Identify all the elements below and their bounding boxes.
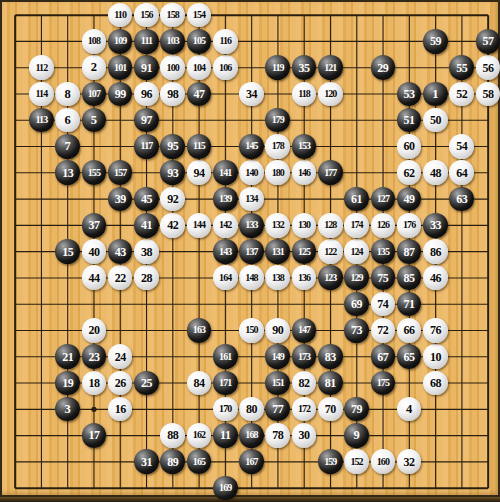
move-number: 173 xyxy=(298,351,310,361)
black-stone-5[interactable]: 5 xyxy=(82,108,107,133)
move-number: 29 xyxy=(377,61,388,73)
white-stone-32[interactable]: 32 xyxy=(397,449,422,474)
black-stone-129[interactable]: 129 xyxy=(344,265,369,290)
black-stone-161[interactable]: 161 xyxy=(213,344,238,369)
white-stone-132[interactable]: 132 xyxy=(265,213,290,238)
move-number: 48 xyxy=(430,166,441,178)
white-stone-40[interactable]: 40 xyxy=(82,239,107,264)
white-stone-34[interactable]: 34 xyxy=(239,82,264,107)
black-stone-111[interactable]: 111 xyxy=(134,29,159,54)
white-stone-130[interactable]: 130 xyxy=(292,213,317,238)
move-number: 172 xyxy=(298,404,310,414)
black-stone-51[interactable]: 51 xyxy=(397,108,422,133)
move-number: 15 xyxy=(62,245,73,257)
black-stone-113[interactable]: 113 xyxy=(29,108,54,133)
move-number: 2 xyxy=(91,61,97,74)
move-number: 24 xyxy=(115,350,126,362)
black-stone-31[interactable]: 31 xyxy=(134,449,159,474)
move-number: 176 xyxy=(403,220,415,230)
move-number: 50 xyxy=(430,114,441,126)
black-stone-117[interactable]: 117 xyxy=(134,134,159,159)
move-number: 112 xyxy=(36,62,48,72)
black-stone-151[interactable]: 151 xyxy=(265,371,290,396)
black-stone-79[interactable]: 79 xyxy=(344,397,369,422)
move-number: 61 xyxy=(351,192,362,204)
black-stone-17[interactable]: 17 xyxy=(82,423,107,448)
stones-layer: 1234567891011131516171819202122232425262… xyxy=(2,2,500,501)
move-number: 79 xyxy=(351,403,362,415)
white-stone-128[interactable]: 128 xyxy=(318,213,343,238)
white-stone-42[interactable]: 42 xyxy=(160,213,185,238)
white-stone-10[interactable]: 10 xyxy=(423,344,448,369)
black-stone-119[interactable]: 119 xyxy=(265,55,290,80)
black-stone-157[interactable]: 157 xyxy=(108,160,133,185)
black-stone-173[interactable]: 173 xyxy=(292,344,317,369)
move-number: 103 xyxy=(167,36,179,46)
move-number: 129 xyxy=(350,272,362,282)
move-number: 90 xyxy=(272,324,283,336)
white-stone-72[interactable]: 72 xyxy=(371,318,396,343)
white-stone-80[interactable]: 80 xyxy=(239,397,264,422)
black-stone-85[interactable]: 85 xyxy=(397,265,422,290)
black-stone-65[interactable]: 65 xyxy=(397,344,422,369)
move-number: 161 xyxy=(219,351,231,361)
board-bottom-edge xyxy=(0,497,500,502)
black-stone-93[interactable]: 93 xyxy=(160,160,185,185)
white-stone-104[interactable]: 104 xyxy=(187,55,212,80)
black-stone-75[interactable]: 75 xyxy=(371,265,396,290)
black-stone-167[interactable]: 167 xyxy=(239,449,264,474)
white-stone-90[interactable]: 90 xyxy=(265,318,290,343)
move-number: 138 xyxy=(272,272,284,282)
white-stone-118[interactable]: 118 xyxy=(292,82,317,107)
white-stone-78[interactable]: 78 xyxy=(265,423,290,448)
move-number: 41 xyxy=(141,219,152,231)
move-number: 139 xyxy=(219,193,231,203)
white-stone-62[interactable]: 62 xyxy=(397,160,422,185)
black-stone-131[interactable]: 131 xyxy=(265,239,290,264)
move-number: 20 xyxy=(88,324,99,336)
move-number: 89 xyxy=(167,455,178,467)
white-stone-172[interactable]: 172 xyxy=(292,397,317,422)
white-stone-48[interactable]: 48 xyxy=(423,160,448,185)
white-stone-60[interactable]: 60 xyxy=(397,134,422,159)
black-stone-19[interactable]: 19 xyxy=(55,371,80,396)
move-number: 122 xyxy=(324,246,336,256)
move-number: 40 xyxy=(88,245,99,257)
move-number: 39 xyxy=(115,192,126,204)
black-stone-35[interactable]: 35 xyxy=(292,55,317,80)
black-stone-95[interactable]: 95 xyxy=(160,134,185,159)
move-number: 174 xyxy=(350,220,362,230)
white-stone-154[interactable]: 154 xyxy=(187,3,212,28)
move-number: 180 xyxy=(272,167,284,177)
black-stone-37[interactable]: 37 xyxy=(82,213,107,238)
move-number: 10 xyxy=(430,350,441,362)
move-number: 170 xyxy=(219,404,231,414)
move-number: 68 xyxy=(430,376,441,388)
move-number: 71 xyxy=(404,298,415,310)
white-stone-144[interactable]: 144 xyxy=(187,213,212,238)
black-stone-147[interactable]: 147 xyxy=(292,318,317,343)
move-number: 49 xyxy=(404,192,415,204)
white-stone-136[interactable]: 136 xyxy=(292,265,317,290)
white-stone-46[interactable]: 46 xyxy=(423,265,448,290)
black-stone-139[interactable]: 139 xyxy=(213,187,238,212)
black-stone-63[interactable]: 63 xyxy=(449,187,474,212)
move-number: 5 xyxy=(91,113,97,126)
move-number: 151 xyxy=(272,377,284,387)
white-stone-124[interactable]: 124 xyxy=(344,239,369,264)
move-number: 45 xyxy=(141,192,152,204)
move-number: 109 xyxy=(114,36,126,46)
move-number: 7 xyxy=(65,140,71,153)
white-stone-54[interactable]: 54 xyxy=(449,134,474,159)
white-stone-74[interactable]: 74 xyxy=(371,292,396,317)
move-number: 100 xyxy=(167,62,179,72)
black-stone-29[interactable]: 29 xyxy=(371,55,396,80)
black-stone-47[interactable]: 47 xyxy=(187,82,212,107)
white-stone-28[interactable]: 28 xyxy=(134,265,159,290)
move-number: 91 xyxy=(141,61,152,73)
move-number: 46 xyxy=(430,271,441,283)
white-stone-126[interactable]: 126 xyxy=(371,213,396,238)
black-stone-137[interactable]: 137 xyxy=(239,239,264,264)
move-number: 160 xyxy=(377,456,389,466)
black-stone-59[interactable]: 59 xyxy=(423,29,448,54)
black-stone-168[interactable]: 168 xyxy=(239,423,264,448)
black-stone-55[interactable]: 55 xyxy=(449,55,474,80)
black-stone-99[interactable]: 99 xyxy=(108,82,133,107)
move-number: 162 xyxy=(193,430,205,440)
black-stone-175[interactable]: 175 xyxy=(371,371,396,396)
black-stone-149[interactable]: 149 xyxy=(265,344,290,369)
move-number: 4 xyxy=(406,402,412,415)
go-board: 1234567891011131516171819202122232425262… xyxy=(0,0,500,497)
white-stone-94[interactable]: 94 xyxy=(187,160,212,185)
move-number: 133 xyxy=(245,220,257,230)
move-number: 147 xyxy=(298,325,310,335)
black-stone-141[interactable]: 141 xyxy=(213,160,238,185)
move-number: 168 xyxy=(245,430,257,440)
white-stone-108[interactable]: 108 xyxy=(82,29,107,54)
move-number: 108 xyxy=(88,36,100,46)
move-number: 67 xyxy=(377,350,388,362)
move-number: 69 xyxy=(351,298,362,310)
move-number: 75 xyxy=(377,271,388,283)
black-stone-163[interactable]: 163 xyxy=(187,318,212,343)
move-number: 163 xyxy=(193,325,205,335)
move-number: 118 xyxy=(298,88,310,98)
white-stone-38[interactable]: 38 xyxy=(134,239,159,264)
white-stone-158[interactable]: 158 xyxy=(160,3,185,28)
move-number: 135 xyxy=(377,246,389,256)
black-stone-165[interactable]: 165 xyxy=(187,449,212,474)
move-number: 101 xyxy=(114,62,126,72)
black-stone-145[interactable]: 145 xyxy=(239,134,264,159)
move-number: 116 xyxy=(219,36,231,46)
white-stone-64[interactable]: 64 xyxy=(449,160,474,185)
black-stone-121[interactable]: 121 xyxy=(318,55,343,80)
move-number: 3 xyxy=(65,402,71,415)
move-number: 149 xyxy=(272,351,284,361)
white-stone-164[interactable]: 164 xyxy=(213,265,238,290)
black-stone-9[interactable]: 9 xyxy=(344,423,369,448)
move-number: 11 xyxy=(220,429,230,441)
black-stone-25[interactable]: 25 xyxy=(134,371,159,396)
move-number: 31 xyxy=(141,455,152,467)
move-number: 94 xyxy=(193,166,204,178)
black-stone-125[interactable]: 125 xyxy=(292,239,317,264)
white-stone-122[interactable]: 122 xyxy=(318,239,343,264)
move-number: 177 xyxy=(324,167,336,177)
move-number: 16 xyxy=(115,403,126,415)
black-stone-159[interactable]: 159 xyxy=(318,449,343,474)
move-number: 22 xyxy=(115,271,126,283)
black-stone-81[interactable]: 81 xyxy=(318,371,343,396)
move-number: 99 xyxy=(115,87,126,99)
white-stone-8[interactable]: 8 xyxy=(55,82,80,107)
black-stone-177[interactable]: 177 xyxy=(318,160,343,185)
move-number: 21 xyxy=(62,350,73,362)
black-stone-23[interactable]: 23 xyxy=(82,344,107,369)
black-stone-115[interactable]: 115 xyxy=(187,134,212,159)
move-number: 107 xyxy=(88,88,100,98)
black-stone-67[interactable]: 67 xyxy=(371,344,396,369)
white-stone-170[interactable]: 170 xyxy=(213,397,238,422)
black-stone-43[interactable]: 43 xyxy=(108,239,133,264)
black-stone-97[interactable]: 97 xyxy=(134,108,159,133)
white-stone-22[interactable]: 22 xyxy=(108,265,133,290)
black-stone-11[interactable]: 11 xyxy=(213,423,238,448)
black-stone-135[interactable]: 135 xyxy=(371,239,396,264)
white-stone-162[interactable]: 162 xyxy=(187,423,212,448)
move-number: 58 xyxy=(482,87,493,99)
black-stone-15[interactable]: 15 xyxy=(55,239,80,264)
move-number: 93 xyxy=(167,166,178,178)
black-stone-39[interactable]: 39 xyxy=(108,187,133,212)
move-number: 37 xyxy=(88,219,99,231)
move-number: 70 xyxy=(325,403,336,415)
white-stone-178[interactable]: 178 xyxy=(265,134,290,159)
white-stone-96[interactable]: 96 xyxy=(134,82,159,107)
move-number: 62 xyxy=(404,166,415,178)
black-stone-179[interactable]: 179 xyxy=(265,108,290,133)
white-stone-70[interactable]: 70 xyxy=(318,397,343,422)
white-stone-24[interactable]: 24 xyxy=(108,344,133,369)
black-stone-89[interactable]: 89 xyxy=(160,449,185,474)
move-number: 25 xyxy=(141,376,152,388)
move-number: 179 xyxy=(272,115,284,125)
white-stone-152[interactable]: 152 xyxy=(344,449,369,474)
white-stone-52[interactable]: 52 xyxy=(449,82,474,107)
black-stone-57[interactable]: 57 xyxy=(476,29,500,54)
white-stone-106[interactable]: 106 xyxy=(213,55,238,80)
white-stone-92[interactable]: 92 xyxy=(160,187,185,212)
move-number: 26 xyxy=(115,376,126,388)
black-stone-103[interactable]: 103 xyxy=(160,29,185,54)
black-stone-33[interactable]: 33 xyxy=(423,213,448,238)
black-stone-87[interactable]: 87 xyxy=(397,239,422,264)
white-stone-142[interactable]: 142 xyxy=(213,213,238,238)
move-number: 136 xyxy=(298,272,310,282)
move-number: 35 xyxy=(299,61,310,73)
move-number: 84 xyxy=(193,376,204,388)
move-number: 92 xyxy=(167,192,178,204)
move-number: 156 xyxy=(140,10,152,20)
move-number: 127 xyxy=(377,193,389,203)
white-stone-160[interactable]: 160 xyxy=(371,449,396,474)
move-number: 43 xyxy=(115,245,126,257)
black-stone-71[interactable]: 71 xyxy=(397,292,422,317)
white-stone-76[interactable]: 76 xyxy=(423,318,448,343)
white-stone-68[interactable]: 68 xyxy=(423,371,448,396)
move-number: 128 xyxy=(324,220,336,230)
black-stone-127[interactable]: 127 xyxy=(371,187,396,212)
move-number: 125 xyxy=(298,246,310,256)
move-number: 126 xyxy=(377,220,389,230)
white-stone-150[interactable]: 150 xyxy=(239,318,264,343)
black-stone-73[interactable]: 73 xyxy=(344,318,369,343)
black-stone-171[interactable]: 171 xyxy=(213,371,238,396)
white-stone-114[interactable]: 114 xyxy=(29,82,54,107)
move-number: 97 xyxy=(141,114,152,126)
white-stone-50[interactable]: 50 xyxy=(423,108,448,133)
black-stone-3[interactable]: 3 xyxy=(55,397,80,422)
black-stone-91[interactable]: 91 xyxy=(134,55,159,80)
black-stone-153[interactable]: 153 xyxy=(292,134,317,159)
move-number: 28 xyxy=(141,271,152,283)
move-number: 115 xyxy=(193,141,205,151)
white-stone-58[interactable]: 58 xyxy=(476,82,500,107)
white-stone-100[interactable]: 100 xyxy=(160,55,185,80)
white-stone-86[interactable]: 86 xyxy=(423,239,448,264)
white-stone-134[interactable]: 134 xyxy=(239,187,264,212)
move-number: 13 xyxy=(62,166,73,178)
black-stone-21[interactable]: 21 xyxy=(55,344,80,369)
white-stone-110[interactable]: 110 xyxy=(108,3,133,28)
move-number: 121 xyxy=(324,62,336,72)
move-number: 113 xyxy=(36,115,48,125)
move-number: 119 xyxy=(272,62,284,72)
black-stone-155[interactable]: 155 xyxy=(82,160,107,185)
move-number: 132 xyxy=(272,220,284,230)
move-number: 33 xyxy=(430,219,441,231)
black-stone-83[interactable]: 83 xyxy=(318,344,343,369)
white-stone-138[interactable]: 138 xyxy=(265,265,290,290)
move-number: 9 xyxy=(353,429,359,442)
move-number: 55 xyxy=(456,61,467,73)
black-stone-101[interactable]: 101 xyxy=(108,55,133,80)
white-stone-26[interactable]: 26 xyxy=(108,371,133,396)
move-number: 111 xyxy=(141,36,152,46)
black-stone-77[interactable]: 77 xyxy=(265,397,290,422)
white-stone-156[interactable]: 156 xyxy=(134,3,159,28)
white-stone-146[interactable]: 146 xyxy=(292,160,317,185)
black-stone-49[interactable]: 49 xyxy=(397,187,422,212)
black-stone-13[interactable]: 13 xyxy=(55,160,80,185)
white-stone-180[interactable]: 180 xyxy=(265,160,290,185)
move-number: 74 xyxy=(377,298,388,310)
white-stone-6[interactable]: 6 xyxy=(55,108,80,133)
black-stone-69[interactable]: 69 xyxy=(344,292,369,317)
white-stone-84[interactable]: 84 xyxy=(187,371,212,396)
white-stone-4[interactable]: 4 xyxy=(397,397,422,422)
move-number: 56 xyxy=(482,61,493,73)
black-stone-123[interactable]: 123 xyxy=(318,265,343,290)
white-stone-30[interactable]: 30 xyxy=(292,423,317,448)
white-stone-140[interactable]: 140 xyxy=(239,160,264,185)
move-number: 54 xyxy=(456,140,467,152)
move-number: 154 xyxy=(193,10,205,20)
move-number: 78 xyxy=(272,429,283,441)
move-number: 148 xyxy=(245,272,257,282)
move-number: 157 xyxy=(114,167,126,177)
white-stone-148[interactable]: 148 xyxy=(239,265,264,290)
move-number: 63 xyxy=(456,192,467,204)
black-stone-1[interactable]: 1 xyxy=(423,82,448,107)
black-stone-105[interactable]: 105 xyxy=(187,29,212,54)
black-stone-53[interactable]: 53 xyxy=(397,82,422,107)
black-stone-143[interactable]: 143 xyxy=(213,239,238,264)
move-number: 98 xyxy=(167,87,178,99)
white-stone-18[interactable]: 18 xyxy=(82,371,107,396)
white-stone-66[interactable]: 66 xyxy=(397,318,422,343)
white-stone-176[interactable]: 176 xyxy=(397,213,422,238)
black-stone-45[interactable]: 45 xyxy=(134,187,159,212)
white-stone-98[interactable]: 98 xyxy=(160,82,185,107)
white-stone-120[interactable]: 120 xyxy=(318,82,343,107)
black-stone-61[interactable]: 61 xyxy=(344,187,369,212)
move-number: 175 xyxy=(377,377,389,387)
black-stone-107[interactable]: 107 xyxy=(82,82,107,107)
white-stone-20[interactable]: 20 xyxy=(82,318,107,343)
white-stone-56[interactable]: 56 xyxy=(476,55,500,80)
black-stone-109[interactable]: 109 xyxy=(108,29,133,54)
move-number: 141 xyxy=(219,167,231,177)
move-number: 23 xyxy=(88,350,99,362)
move-number: 83 xyxy=(325,350,336,362)
move-number: 52 xyxy=(456,87,467,99)
white-stone-116[interactable]: 116 xyxy=(213,29,238,54)
move-number: 155 xyxy=(88,167,100,177)
move-number: 53 xyxy=(404,87,415,99)
black-stone-7[interactable]: 7 xyxy=(55,134,80,159)
black-stone-169[interactable]: 169 xyxy=(213,476,238,501)
move-number: 171 xyxy=(219,377,231,387)
move-number: 110 xyxy=(114,10,126,20)
white-stone-2[interactable]: 2 xyxy=(82,55,107,80)
white-stone-44[interactable]: 44 xyxy=(82,265,107,290)
white-stone-82[interactable]: 82 xyxy=(292,371,317,396)
move-number: 81 xyxy=(325,376,336,388)
move-number: 95 xyxy=(167,140,178,152)
white-stone-112[interactable]: 112 xyxy=(29,55,54,80)
move-number: 66 xyxy=(404,324,415,336)
white-stone-88[interactable]: 88 xyxy=(160,423,185,448)
white-stone-174[interactable]: 174 xyxy=(344,213,369,238)
move-number: 19 xyxy=(62,376,73,388)
move-number: 6 xyxy=(65,113,71,126)
move-number: 47 xyxy=(193,87,204,99)
white-stone-16[interactable]: 16 xyxy=(108,397,133,422)
black-stone-41[interactable]: 41 xyxy=(134,213,159,238)
move-number: 143 xyxy=(219,246,231,256)
move-number: 17 xyxy=(88,429,99,441)
move-number: 145 xyxy=(245,141,257,151)
black-stone-133[interactable]: 133 xyxy=(239,213,264,238)
move-number: 76 xyxy=(430,324,441,336)
